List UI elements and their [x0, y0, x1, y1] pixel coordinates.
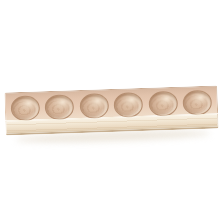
pit-4[interactable] [114, 92, 144, 118]
pit-5[interactable] [148, 91, 178, 117]
pit-6[interactable] [183, 90, 213, 116]
pit-1[interactable] [10, 95, 40, 121]
pit-2[interactable] [45, 94, 75, 120]
mancala-board [4, 85, 218, 135]
board-photo [0, 0, 222, 222]
pit-3[interactable] [79, 93, 109, 119]
